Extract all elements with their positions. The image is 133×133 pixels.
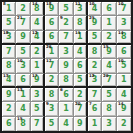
cell-digit: 6 [106, 5, 112, 13]
board-cell-r6c4[interactable]: 2 [45, 74, 59, 88]
board-cell-r8c1[interactable]: 2 [2, 102, 16, 116]
cell-digit: 2 [49, 76, 55, 84]
board-cell-r7c4[interactable]: 8 [45, 88, 59, 102]
board-cell-r5c8[interactable]: 4 [102, 59, 116, 73]
cell-digit: 2 [20, 5, 26, 13]
cage-sum-label: 15 [17, 117, 23, 121]
board-cell-r1c2[interactable]: 2 [16, 2, 30, 16]
cell-digit: 8 [49, 91, 55, 99]
cage-sum-label: 17 [46, 59, 52, 63]
cell-digit: 5 [121, 62, 127, 70]
cage-sum-label: 8 [3, 2, 6, 6]
cell-digit: 6 [92, 105, 98, 113]
board-cell-r1c7[interactable]: 104 [88, 2, 102, 16]
cell-digit: 3 [49, 105, 55, 113]
board-cell-r3c8[interactable]: 2 [102, 31, 116, 45]
board-cell-r6c6[interactable]: 5 [74, 74, 88, 88]
cell-digit: 1 [20, 91, 26, 99]
cage-sum-label: 10 [17, 59, 23, 63]
cell-digit: 1 [63, 105, 69, 113]
board-cell-r5c3[interactable]: 1 [31, 59, 45, 73]
board-cell-r2c3[interactable]: 4 [31, 16, 45, 30]
cell-digit: 7 [20, 19, 26, 27]
board-cell-r3c9[interactable]: 148 [117, 31, 131, 45]
cell-digit: 2 [63, 19, 69, 27]
board-cell-r9c5[interactable]: 4 [59, 117, 73, 131]
cage-sum-label: 13 [17, 88, 23, 92]
board-cell-r4c5[interactable]: 3 [59, 45, 73, 59]
board-cell-r9c3[interactable]: 7 [31, 117, 45, 131]
cell-digit: 5 [77, 76, 83, 84]
board-cell-r3c4[interactable]: 6 [45, 31, 59, 45]
cage-sum-label: 11 [75, 2, 81, 6]
board-cell-r7c8[interactable]: 5 [102, 88, 116, 102]
cell-digit: 5 [92, 33, 98, 41]
board-cell-r4c6[interactable]: 4 [74, 45, 88, 59]
board-cell-r2c1[interactable]: 5 [2, 16, 16, 30]
board-cell-r3c2[interactable]: 9 [16, 31, 30, 45]
cell-digit: 4 [34, 19, 40, 27]
cell-digit: 9 [49, 5, 55, 13]
cell-digit: 5 [106, 91, 112, 99]
cage-sum-label: 12 [32, 31, 38, 35]
cage-sum-label: 20 [75, 102, 81, 106]
cell-digit: 1 [49, 48, 55, 56]
cell-digit: 8 [6, 62, 12, 70]
board-cell-r5c9[interactable]: 105 [117, 59, 131, 73]
board-cell-r5c2[interactable]: 103 [16, 59, 30, 73]
board-cell-r3c5[interactable]: 7 [59, 31, 73, 45]
cell-digit: 2 [92, 62, 98, 70]
cage-sum-label: 9 [46, 102, 49, 106]
board-cell-r5c1[interactable]: 8 [2, 59, 16, 73]
board-cell-r2c8[interactable]: 1 [102, 16, 116, 30]
cell-digit: 1 [106, 19, 112, 27]
cell-digit: 7 [92, 91, 98, 99]
cell-digit: 6 [63, 91, 69, 99]
cell-digit: 6 [49, 33, 55, 41]
board-cell-r1c8[interactable]: 6 [102, 2, 116, 16]
cell-digit: 6 [121, 48, 127, 56]
cell-digit: 6 [6, 120, 12, 128]
board-cell-r6c2[interactable]: 6 [16, 74, 30, 88]
board-cell-r9c2[interactable]: 158 [16, 117, 30, 131]
board-cell-r7c7[interactable]: 7 [88, 88, 102, 102]
board-cell-r1c5[interactable]: 5 [59, 2, 73, 16]
cell-digit: 4 [106, 62, 112, 70]
cell-digit: 1 [34, 62, 40, 70]
board-cell-r7c5[interactable]: 66 [59, 88, 73, 102]
cell-digit: 4 [20, 105, 26, 113]
cage-sum-label: 7 [89, 102, 92, 106]
cell-digit: 9 [6, 91, 12, 99]
cell-digit: 7 [6, 48, 12, 56]
cell-digit: 5 [20, 48, 26, 56]
board-cell-r1c3[interactable]: 148 [31, 2, 45, 16]
board-cell-r8c7[interactable]: 76 [88, 102, 102, 116]
cell-digit: 3 [63, 48, 69, 56]
board-cell-r5c4[interactable]: 177 [45, 59, 59, 73]
cage-sum-label: 12 [89, 74, 95, 78]
cage-sum-label: 10 [118, 2, 124, 6]
cage-sum-label: 21 [17, 16, 23, 20]
board-cell-r3c1[interactable]: 183 [2, 31, 16, 45]
board-cell-r8c4[interactable]: 93 [45, 102, 59, 116]
cell-digit: 2 [34, 48, 40, 56]
cell-digit: 9 [92, 19, 98, 27]
cage-sum-label: 14 [118, 102, 124, 106]
board-cell-r7c9[interactable]: 4 [117, 88, 131, 102]
board-cell-r8c8[interactable]: 8 [102, 102, 116, 116]
board-cell-r9c4[interactable]: 5 [45, 117, 59, 131]
cage-sum-label: 26 [46, 45, 52, 49]
cell-digit: 8 [106, 105, 112, 113]
board-cell-r4c9[interactable]: 6 [117, 45, 131, 59]
cell-digit: 9 [106, 48, 112, 56]
cage-sum-label: 18 [3, 31, 9, 35]
board-cell-r4c2[interactable]: 5 [16, 45, 30, 59]
board-cell-r2c4[interactable]: 6 [45, 16, 59, 30]
cell-digit: 4 [63, 120, 69, 128]
board-cell-r6c7[interactable]: 123 [88, 74, 102, 88]
board-cell-r6c5[interactable]: 8 [59, 74, 73, 88]
cell-digit: 6 [77, 62, 83, 70]
board-cell-r2c2[interactable]: 217 [16, 16, 30, 30]
board-cell-r8c6[interactable]: 207 [74, 102, 88, 116]
board-cell-r9c6[interactable]: 9 [74, 117, 88, 131]
cell-digit: 7 [77, 105, 83, 113]
board-cell-r4c8[interactable]: 159 [102, 45, 116, 59]
cell-digit: 7 [49, 62, 55, 70]
board-cell-r5c7[interactable]: 2 [88, 59, 102, 73]
cage-sum-label: 15 [103, 45, 109, 49]
board-cell-r8c5[interactable]: 1 [59, 102, 73, 116]
board-cell-r5c6[interactable]: 6 [74, 59, 88, 73]
cell-digit: 2 [106, 33, 112, 41]
board-cell-r3c6[interactable]: 111 [74, 31, 88, 45]
cell-digit: 4 [121, 91, 127, 99]
cage-sum-label: 14 [32, 2, 38, 6]
board-cell-r8c3[interactable]: 5 [31, 102, 45, 116]
cell-digit: 1 [92, 120, 98, 128]
cell-digit: 7 [63, 33, 69, 41]
cell-digit: 9 [121, 105, 127, 113]
cell-digit: 6 [20, 76, 26, 84]
cell-digit: 8 [92, 48, 98, 56]
board-cell-r7c6[interactable]: 2 [74, 88, 88, 102]
board-cell-r9c1[interactable]: 6 [2, 117, 16, 131]
cell-digit: 8 [34, 5, 40, 13]
cage-sum-label: 10 [118, 59, 124, 63]
cage-sum-label: 17 [32, 74, 38, 78]
board-cell-r9c7[interactable]: 1 [88, 117, 102, 131]
board-cell-r3c3[interactable]: 124 [31, 31, 45, 45]
board-cell-r1c6[interactable]: 113 [74, 2, 88, 16]
cell-digit: 2 [121, 120, 127, 128]
board-cell-r6c9[interactable]: 1 [117, 74, 131, 88]
cage-sum-label: 13 [3, 74, 9, 78]
killer-sudoku-board: 8121481895113104610752174692825913183912… [0, 0, 133, 133]
board-cell-r9c9[interactable]: 2 [117, 117, 131, 131]
cage-sum-label: 25 [89, 16, 95, 20]
cell-digit: 8 [63, 76, 69, 84]
cell-digit: 6 [49, 19, 55, 27]
cell-digit: 9 [63, 62, 69, 70]
cell-digit: 3 [77, 5, 83, 13]
cell-digit: 3 [121, 19, 127, 27]
board-cell-r6c3[interactable]: 179 [31, 74, 45, 88]
cage-sum-label: 9 [60, 16, 63, 20]
board-cell-r8c2[interactable]: 4 [16, 102, 30, 116]
cell-digit: 7 [121, 5, 127, 13]
cell-digit: 8 [20, 120, 26, 128]
cell-digit: 2 [77, 91, 83, 99]
cell-digit: 3 [20, 62, 26, 70]
board-cell-r2c5[interactable]: 92 [59, 16, 73, 30]
cell-digit: 9 [77, 120, 83, 128]
cell-digit: 3 [106, 120, 112, 128]
board-cell-r2c7[interactable]: 259 [88, 16, 102, 30]
cell-digit: 7 [34, 120, 40, 128]
cell-digit: 8 [77, 19, 83, 27]
board-cell-r9c8[interactable]: 3 [102, 117, 116, 131]
cell-digit: 5 [63, 5, 69, 13]
board-cell-r8c9[interactable]: 149 [117, 102, 131, 116]
board-cell-r6c8[interactable]: 207 [102, 74, 116, 88]
board-cell-r2c6[interactable]: 8 [74, 16, 88, 30]
board-cell-r2c9[interactable]: 3 [117, 16, 131, 30]
cell-digit: 1 [121, 76, 127, 84]
cell-digit: 5 [6, 19, 12, 27]
cage-sum-label: 18 [46, 2, 52, 6]
board-cell-r7c3[interactable]: 3 [31, 88, 45, 102]
board-cell-r4c3[interactable]: 2 [31, 45, 45, 59]
board-cell-r6c1[interactable]: 134 [2, 74, 16, 88]
board-cell-r7c2[interactable]: 131 [16, 88, 30, 102]
cell-digit: 1 [6, 5, 12, 13]
cage-sum-label: 10 [89, 2, 95, 6]
cell-digit: 9 [20, 33, 26, 41]
cage-sum-label: 11 [75, 31, 81, 35]
cell-digit: 4 [92, 5, 98, 13]
cell-digit: 4 [77, 48, 83, 56]
cell-digit: 3 [34, 91, 40, 99]
board-cell-r4c7[interactable]: 8 [88, 45, 102, 59]
cell-digit: 5 [34, 105, 40, 113]
cell-digit: 2 [6, 105, 12, 113]
cage-sum-label: 14 [118, 31, 124, 35]
board-cell-r1c9[interactable]: 107 [117, 2, 131, 16]
board-cell-r5c5[interactable]: 9 [59, 59, 73, 73]
board-cell-r7c1[interactable]: 9 [2, 88, 16, 102]
cage-sum-label: 6 [60, 88, 63, 92]
cage-sum-label: 20 [103, 74, 109, 78]
board-cell-r4c1[interactable]: 7 [2, 45, 16, 59]
board-cell-r4c4[interactable]: 261 [45, 45, 59, 59]
cell-digit: 5 [49, 120, 55, 128]
board-cell-r1c1[interactable]: 81 [2, 2, 16, 16]
board-cell-r3c7[interactable]: 5 [88, 31, 102, 45]
board-cell-r1c4[interactable]: 189 [45, 2, 59, 16]
